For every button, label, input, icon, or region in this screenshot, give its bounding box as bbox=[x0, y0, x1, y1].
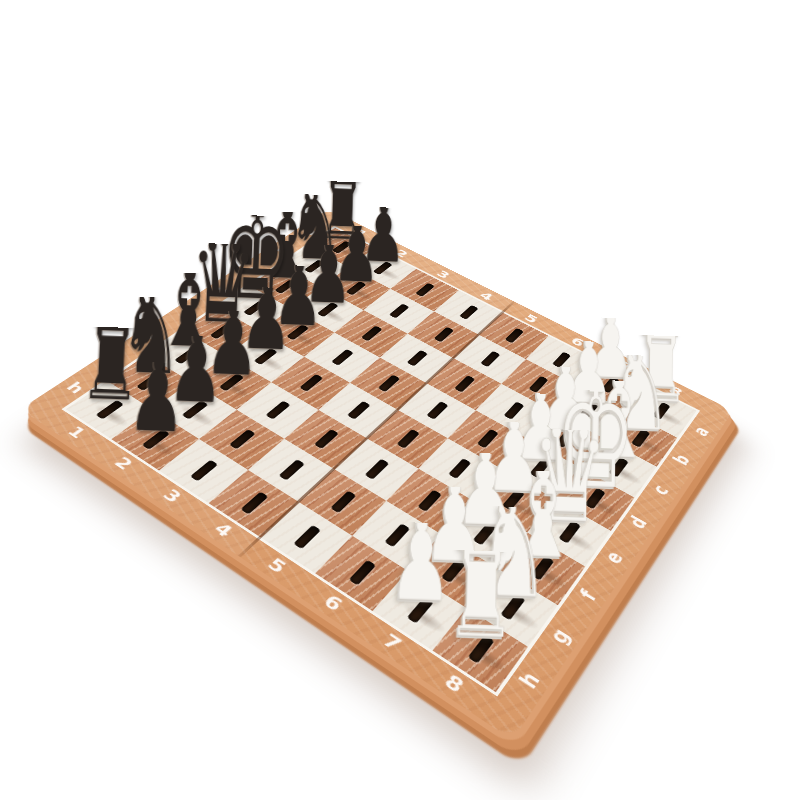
file-label-front-d: d bbox=[624, 512, 651, 532]
black-pawn-glyph: ♟ bbox=[359, 191, 407, 274]
piece-slot bbox=[377, 374, 399, 392]
rank-label-back-3: 3 bbox=[434, 268, 453, 280]
black-bishop-glyph: ♝ bbox=[257, 191, 317, 294]
black-pawn-glyph: ♟ bbox=[127, 342, 189, 447]
piece-black-pawn-b2[interactable]: ♟ bbox=[319, 224, 395, 289]
square-d2[interactable] bbox=[260, 309, 335, 357]
piece-slot bbox=[454, 375, 475, 392]
piece-black-pawn-d2[interactable]: ♟ bbox=[258, 264, 339, 333]
rank-label-back-6: 6 bbox=[568, 335, 587, 349]
rank-label-back-5: 5 bbox=[522, 312, 541, 325]
piece-black-pawn-h2[interactable]: ♟ bbox=[111, 361, 204, 441]
piece-black-pawn-a2[interactable]: ♟ bbox=[346, 206, 420, 269]
piece-slot bbox=[347, 401, 371, 420]
file-label-back-c: c bbox=[244, 264, 263, 276]
square-b2[interactable] bbox=[321, 267, 391, 310]
piece-slot bbox=[286, 324, 309, 340]
piece-slot bbox=[274, 279, 296, 293]
rank-label-front-4: 4 bbox=[210, 519, 237, 541]
file-label-front-f: f bbox=[574, 585, 601, 604]
piece-black-knight-b1[interactable]: ♞ bbox=[278, 193, 353, 267]
file-label-back-a: a bbox=[302, 226, 321, 237]
piece-slot bbox=[314, 429, 339, 449]
piece-black-king-d1[interactable]: ♚ bbox=[216, 214, 296, 309]
piece-slot bbox=[317, 302, 339, 317]
piece-slot bbox=[426, 401, 448, 419]
square-b4[interactable] bbox=[408, 311, 479, 358]
chess-board: 1234567812345678abcdefghabcdefgh♜♞♝♚♛♝♞♜… bbox=[20, 209, 733, 740]
square-d1[interactable] bbox=[217, 286, 291, 332]
file-label-front-h: h bbox=[513, 667, 545, 694]
file-label-back-d: d bbox=[212, 284, 234, 298]
rank-label-front-8: 8 bbox=[441, 669, 469, 696]
piece-black-bishop-c1[interactable]: ♝ bbox=[248, 210, 325, 287]
piece-slot bbox=[372, 261, 392, 274]
piece-slot bbox=[293, 525, 321, 549]
piece-slot bbox=[265, 400, 290, 419]
square-c4[interactable] bbox=[380, 334, 454, 384]
piece-slot bbox=[299, 374, 323, 392]
square-c1[interactable] bbox=[249, 265, 320, 308]
piece-contact-shadow bbox=[281, 326, 319, 349]
rank-label-back-4: 4 bbox=[477, 290, 496, 303]
piece-slot bbox=[396, 429, 419, 449]
piece-contact-shadow bbox=[340, 282, 376, 303]
piece-slot bbox=[330, 490, 356, 513]
rank-label-front-5: 5 bbox=[264, 554, 292, 577]
piece-slot bbox=[240, 491, 268, 514]
piece-slot bbox=[480, 351, 500, 367]
piece-slot bbox=[459, 305, 478, 320]
rank-label-back-1: 1 bbox=[352, 227, 371, 238]
piece-slot bbox=[364, 458, 389, 479]
file-label-front-e: e bbox=[600, 547, 628, 568]
piece-slot bbox=[331, 349, 354, 366]
black-rook-glyph: ♜ bbox=[317, 164, 369, 254]
file-label-front-g: g bbox=[544, 623, 575, 648]
file-label-front-a: a bbox=[689, 423, 713, 439]
piece-black-rook-a1[interactable]: ♜ bbox=[306, 180, 379, 248]
board-tilt-wrapper: 1234567812345678abcdefghabcdefgh♜♞♝♚♛♝♞♜… bbox=[123, 135, 674, 686]
square-b1[interactable] bbox=[279, 246, 348, 287]
black-king-glyph: ♚ bbox=[219, 191, 293, 318]
piece-slot bbox=[190, 459, 218, 481]
piece-slot bbox=[415, 283, 435, 297]
black-pawn-glyph: ♟ bbox=[303, 228, 354, 317]
rank-label-front-1: 1 bbox=[64, 423, 91, 442]
piece-slot bbox=[229, 429, 256, 449]
piece-slot bbox=[253, 348, 277, 365]
file-label-front-b: b bbox=[668, 451, 694, 469]
file-label-back-b: b bbox=[273, 244, 293, 256]
rank-label-front-7: 7 bbox=[379, 629, 407, 655]
product-photo-scene: 1234567812345678abcdefghabcdefgh♜♞♝♚♛♝♞♜… bbox=[0, 0, 800, 800]
piece-slot bbox=[243, 300, 266, 315]
piece-contact-shadow bbox=[367, 262, 403, 282]
black-pawn-glyph: ♟ bbox=[239, 269, 294, 364]
rank-label-back-2: 2 bbox=[392, 248, 411, 260]
square-a2[interactable] bbox=[348, 248, 415, 289]
file-label-front-c: c bbox=[647, 481, 673, 499]
piece-slot bbox=[388, 303, 409, 318]
piece-black-pawn-c2[interactable]: ♟ bbox=[289, 244, 367, 311]
black-knight-glyph: ♞ bbox=[287, 176, 344, 274]
black-pawn-glyph: ♟ bbox=[332, 209, 382, 295]
rank-label-front-3: 3 bbox=[159, 485, 186, 506]
square-a3[interactable] bbox=[390, 269, 458, 312]
rank-label-front-2: 2 bbox=[110, 453, 137, 473]
piece-slot bbox=[278, 459, 304, 480]
square-a1[interactable] bbox=[308, 228, 375, 267]
piece-slot bbox=[361, 325, 383, 341]
square-a5[interactable] bbox=[479, 313, 549, 359]
piece-slot bbox=[433, 327, 453, 343]
square-b3[interactable] bbox=[363, 289, 434, 334]
piece-contact-shadow bbox=[248, 349, 288, 373]
piece-slot bbox=[304, 259, 325, 273]
white-rook-glyph: ♜ bbox=[444, 524, 519, 659]
piece-contact-shadow bbox=[238, 302, 276, 324]
piece-contact-shadow bbox=[299, 260, 335, 280]
square-d4[interactable] bbox=[350, 357, 427, 410]
piece-contact-shadow bbox=[327, 242, 362, 261]
black-pawn-glyph: ♟ bbox=[272, 248, 325, 340]
square-d3[interactable] bbox=[304, 333, 380, 383]
piece-contact-shadow bbox=[311, 303, 348, 325]
rank-label-front-6: 6 bbox=[320, 590, 348, 614]
square-c2[interactable] bbox=[291, 287, 363, 332]
piece-slot bbox=[331, 241, 351, 254]
square-a4[interactable] bbox=[434, 290, 503, 334]
piece-contact-shadow bbox=[269, 280, 306, 301]
piece-slot bbox=[504, 328, 523, 343]
square-c3[interactable] bbox=[335, 310, 408, 357]
piece-slot bbox=[345, 281, 366, 295]
piece-slot bbox=[406, 350, 427, 367]
piece-white-rook-h8[interactable]: ♜ bbox=[429, 549, 534, 651]
